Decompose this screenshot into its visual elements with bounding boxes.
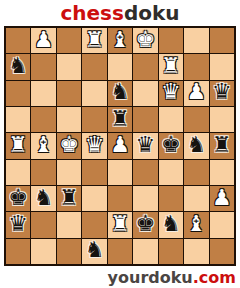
cell-r6c1[interactable] [6, 160, 30, 185]
cell-r1c1[interactable] [6, 28, 30, 53]
cell-r8c1[interactable]: ♛ [6, 212, 30, 237]
cell-r5c1[interactable]: ♜ [6, 133, 30, 158]
cell-r1c2[interactable]: ♟ [31, 28, 55, 53]
footer-tld: .com [193, 268, 236, 287]
cell-r6c5[interactable] [108, 160, 132, 185]
black-rook-piece: ♜ [59, 187, 79, 209]
black-knight-piece: ♞ [186, 134, 206, 156]
cell-r7c1[interactable]: ♚ [6, 186, 30, 211]
cell-r6c9[interactable] [210, 160, 234, 185]
cell-r1c9[interactable] [210, 28, 234, 53]
cell-r3c6[interactable] [133, 81, 157, 106]
cell-r5c2[interactable]: ♝ [31, 133, 55, 158]
footer-site: yourdoku [108, 268, 193, 287]
white-king-piece: ♚ [136, 29, 156, 51]
cell-r4c5[interactable]: ♜ [108, 107, 132, 132]
cell-r7c8[interactable] [184, 186, 208, 211]
black-knight-piece: ♞ [8, 55, 28, 77]
cell-r3c1[interactable] [6, 81, 30, 106]
cell-r7c9[interactable]: ♟ [210, 186, 234, 211]
black-knight-piece: ♞ [34, 187, 54, 209]
cell-r6c7[interactable] [159, 160, 183, 185]
page-title: chessdoku [0, 0, 240, 26]
cell-r2c8[interactable] [184, 54, 208, 79]
cell-r5c5[interactable]: ♟ [108, 133, 132, 158]
cell-r6c2[interactable] [31, 160, 55, 185]
black-queen-piece: ♛ [8, 213, 28, 235]
cell-r8c5[interactable]: ♜ [108, 212, 132, 237]
cell-r3c4[interactable] [82, 81, 106, 106]
black-knight-piece: ♞ [110, 81, 130, 103]
cell-r1c7[interactable] [159, 28, 183, 53]
cell-r3c8[interactable]: ♟ [184, 81, 208, 106]
cell-r6c4[interactable] [82, 160, 106, 185]
cell-r2c5[interactable] [108, 54, 132, 79]
cell-r7c7[interactable] [159, 186, 183, 211]
cell-r3c5[interactable]: ♞ [108, 81, 132, 106]
cell-r9c5[interactable] [108, 239, 132, 264]
cell-r9c6[interactable] [133, 239, 157, 264]
white-queen-piece: ♛ [85, 134, 105, 156]
cell-r9c9[interactable] [210, 239, 234, 264]
cell-r8c7[interactable]: ♞ [159, 212, 183, 237]
cell-r7c3[interactable]: ♜ [57, 186, 81, 211]
black-king-piece: ♚ [136, 213, 156, 235]
white-rook-piece: ♜ [85, 29, 105, 51]
cell-r5c6[interactable]: ♛ [133, 133, 157, 158]
white-bishop-piece: ♝ [34, 134, 54, 156]
black-king-piece: ♚ [161, 134, 181, 156]
cell-r9c7[interactable] [159, 239, 183, 264]
cell-r9c3[interactable] [57, 239, 81, 264]
cell-r2c2[interactable] [31, 54, 55, 79]
white-rook-piece: ♜ [8, 134, 28, 156]
white-rook-piece: ♜ [161, 55, 181, 77]
cell-r1c4[interactable]: ♜ [82, 28, 106, 53]
cell-r9c1[interactable] [6, 239, 30, 264]
cell-r4c2[interactable] [31, 107, 55, 132]
cell-r2c6[interactable] [133, 54, 157, 79]
cell-r6c3[interactable] [57, 160, 81, 185]
cell-r5c8[interactable]: ♞ [184, 133, 208, 158]
cell-r2c1[interactable]: ♞ [6, 54, 30, 79]
cell-r4c9[interactable] [210, 107, 234, 132]
black-queen-piece: ♛ [212, 81, 232, 103]
cell-r7c6[interactable] [133, 186, 157, 211]
cell-r7c2[interactable]: ♞ [31, 186, 55, 211]
cell-r5c9[interactable]: ♜ [210, 133, 234, 158]
cell-r5c3[interactable]: ♚ [57, 133, 81, 158]
cell-r1c5[interactable]: ♝ [108, 28, 132, 53]
black-knight-piece: ♞ [85, 239, 105, 261]
white-pawn-piece: ♟ [186, 81, 206, 103]
cell-r4c1[interactable] [6, 107, 30, 132]
cell-r4c3[interactable] [57, 107, 81, 132]
black-knight-piece: ♞ [161, 213, 181, 235]
cell-r2c9[interactable] [210, 54, 234, 79]
cell-r3c7[interactable]: ♛ [159, 81, 183, 106]
white-pawn-piece: ♟ [34, 29, 54, 51]
white-bishop-piece: ♝ [186, 213, 206, 235]
cell-r4c8[interactable] [184, 107, 208, 132]
white-king-piece: ♚ [59, 134, 79, 156]
cell-r1c6[interactable]: ♚ [133, 28, 157, 53]
cell-r6c6[interactable] [133, 160, 157, 185]
cell-r3c9[interactable]: ♛ [210, 81, 234, 106]
title-doku: doku [124, 1, 180, 25]
black-rook-piece: ♜ [212, 134, 232, 156]
cell-r3c2[interactable] [31, 81, 55, 106]
black-queen-piece: ♛ [136, 134, 156, 156]
white-rook-piece: ♜ [110, 213, 130, 235]
cell-r9c4[interactable]: ♞ [82, 239, 106, 264]
black-king-piece: ♚ [8, 187, 28, 209]
cell-r9c8[interactable] [184, 239, 208, 264]
cell-r4c7[interactable] [159, 107, 183, 132]
cell-r2c3[interactable] [57, 54, 81, 79]
cell-r6c8[interactable] [184, 160, 208, 185]
cell-r8c2[interactable] [31, 212, 55, 237]
cell-r5c7[interactable]: ♚ [159, 133, 183, 158]
cell-r9c2[interactable] [31, 239, 55, 264]
cell-r1c3[interactable] [57, 28, 81, 53]
cell-r4c6[interactable] [133, 107, 157, 132]
cell-r1c8[interactable] [184, 28, 208, 53]
cell-r8c8[interactable]: ♝ [184, 212, 208, 237]
chessdoku-board: ♟♜♝♚♞♜♞♛♟♛♜♜♝♚♛♟♛♚♞♜♚♞♜♟♛♜♚♞♝♞ [4, 26, 236, 266]
cell-r8c6[interactable]: ♚ [133, 212, 157, 237]
cell-r7c4[interactable] [82, 186, 106, 211]
cell-r3c3[interactable] [57, 81, 81, 106]
cell-r5c4[interactable]: ♛ [82, 133, 106, 158]
site-footer: yourdoku.com [0, 266, 236, 288]
cell-r8c3[interactable] [57, 212, 81, 237]
white-pawn-piece: ♟ [212, 187, 232, 209]
title-chess: chess [60, 1, 123, 25]
cell-r4c4[interactable] [82, 107, 106, 132]
cell-r2c4[interactable] [82, 54, 106, 79]
cell-r8c9[interactable] [210, 212, 234, 237]
cell-r8c4[interactable] [82, 212, 106, 237]
cell-r2c7[interactable]: ♜ [159, 54, 183, 79]
black-rook-piece: ♜ [110, 108, 130, 130]
white-queen-piece: ♛ [161, 81, 181, 103]
cell-r7c5[interactable] [108, 186, 132, 211]
white-bishop-piece: ♝ [110, 29, 130, 51]
white-pawn-piece: ♟ [110, 134, 130, 156]
